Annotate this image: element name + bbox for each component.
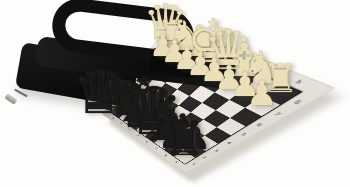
rank-label-4: 4: [226, 141, 233, 145]
chess-set-photo: aabbccddeeffgghh1122334455667788 ♜♞♝♚♛♝♞…: [0, 0, 350, 187]
file-label-top-e: e: [238, 56, 246, 62]
rank-label-1: 1: [191, 162, 196, 165]
zipper-pull: [4, 93, 17, 105]
rank-label-3: 3: [213, 148, 219, 152]
rank-label-2: 2: [202, 156, 208, 160]
file-label-top-f: f: [256, 63, 264, 68]
file-label-top-c: c: [207, 43, 214, 48]
file-label-d: d: [136, 134, 140, 137]
rank-label-left-1: 1: [110, 106, 113, 109]
file-label-g: g: [164, 153, 169, 156]
file-label-b: b: [120, 122, 123, 125]
rank-label-6: 6: [255, 122, 264, 127]
rank-label-7: 7: [273, 111, 282, 116]
file-label-top-h: h: [293, 79, 304, 85]
file-label-e: e: [145, 140, 149, 143]
file-label-top-g: g: [274, 71, 284, 77]
file-label-h: h: [174, 161, 179, 164]
file-label-c: c: [128, 128, 131, 131]
file-label-f: f: [155, 147, 158, 150]
file-label-a: a: [112, 116, 115, 119]
rank-label-8: 8: [292, 99, 303, 105]
file-label-top-d: d: [222, 49, 230, 55]
rank-label-5: 5: [240, 132, 248, 136]
